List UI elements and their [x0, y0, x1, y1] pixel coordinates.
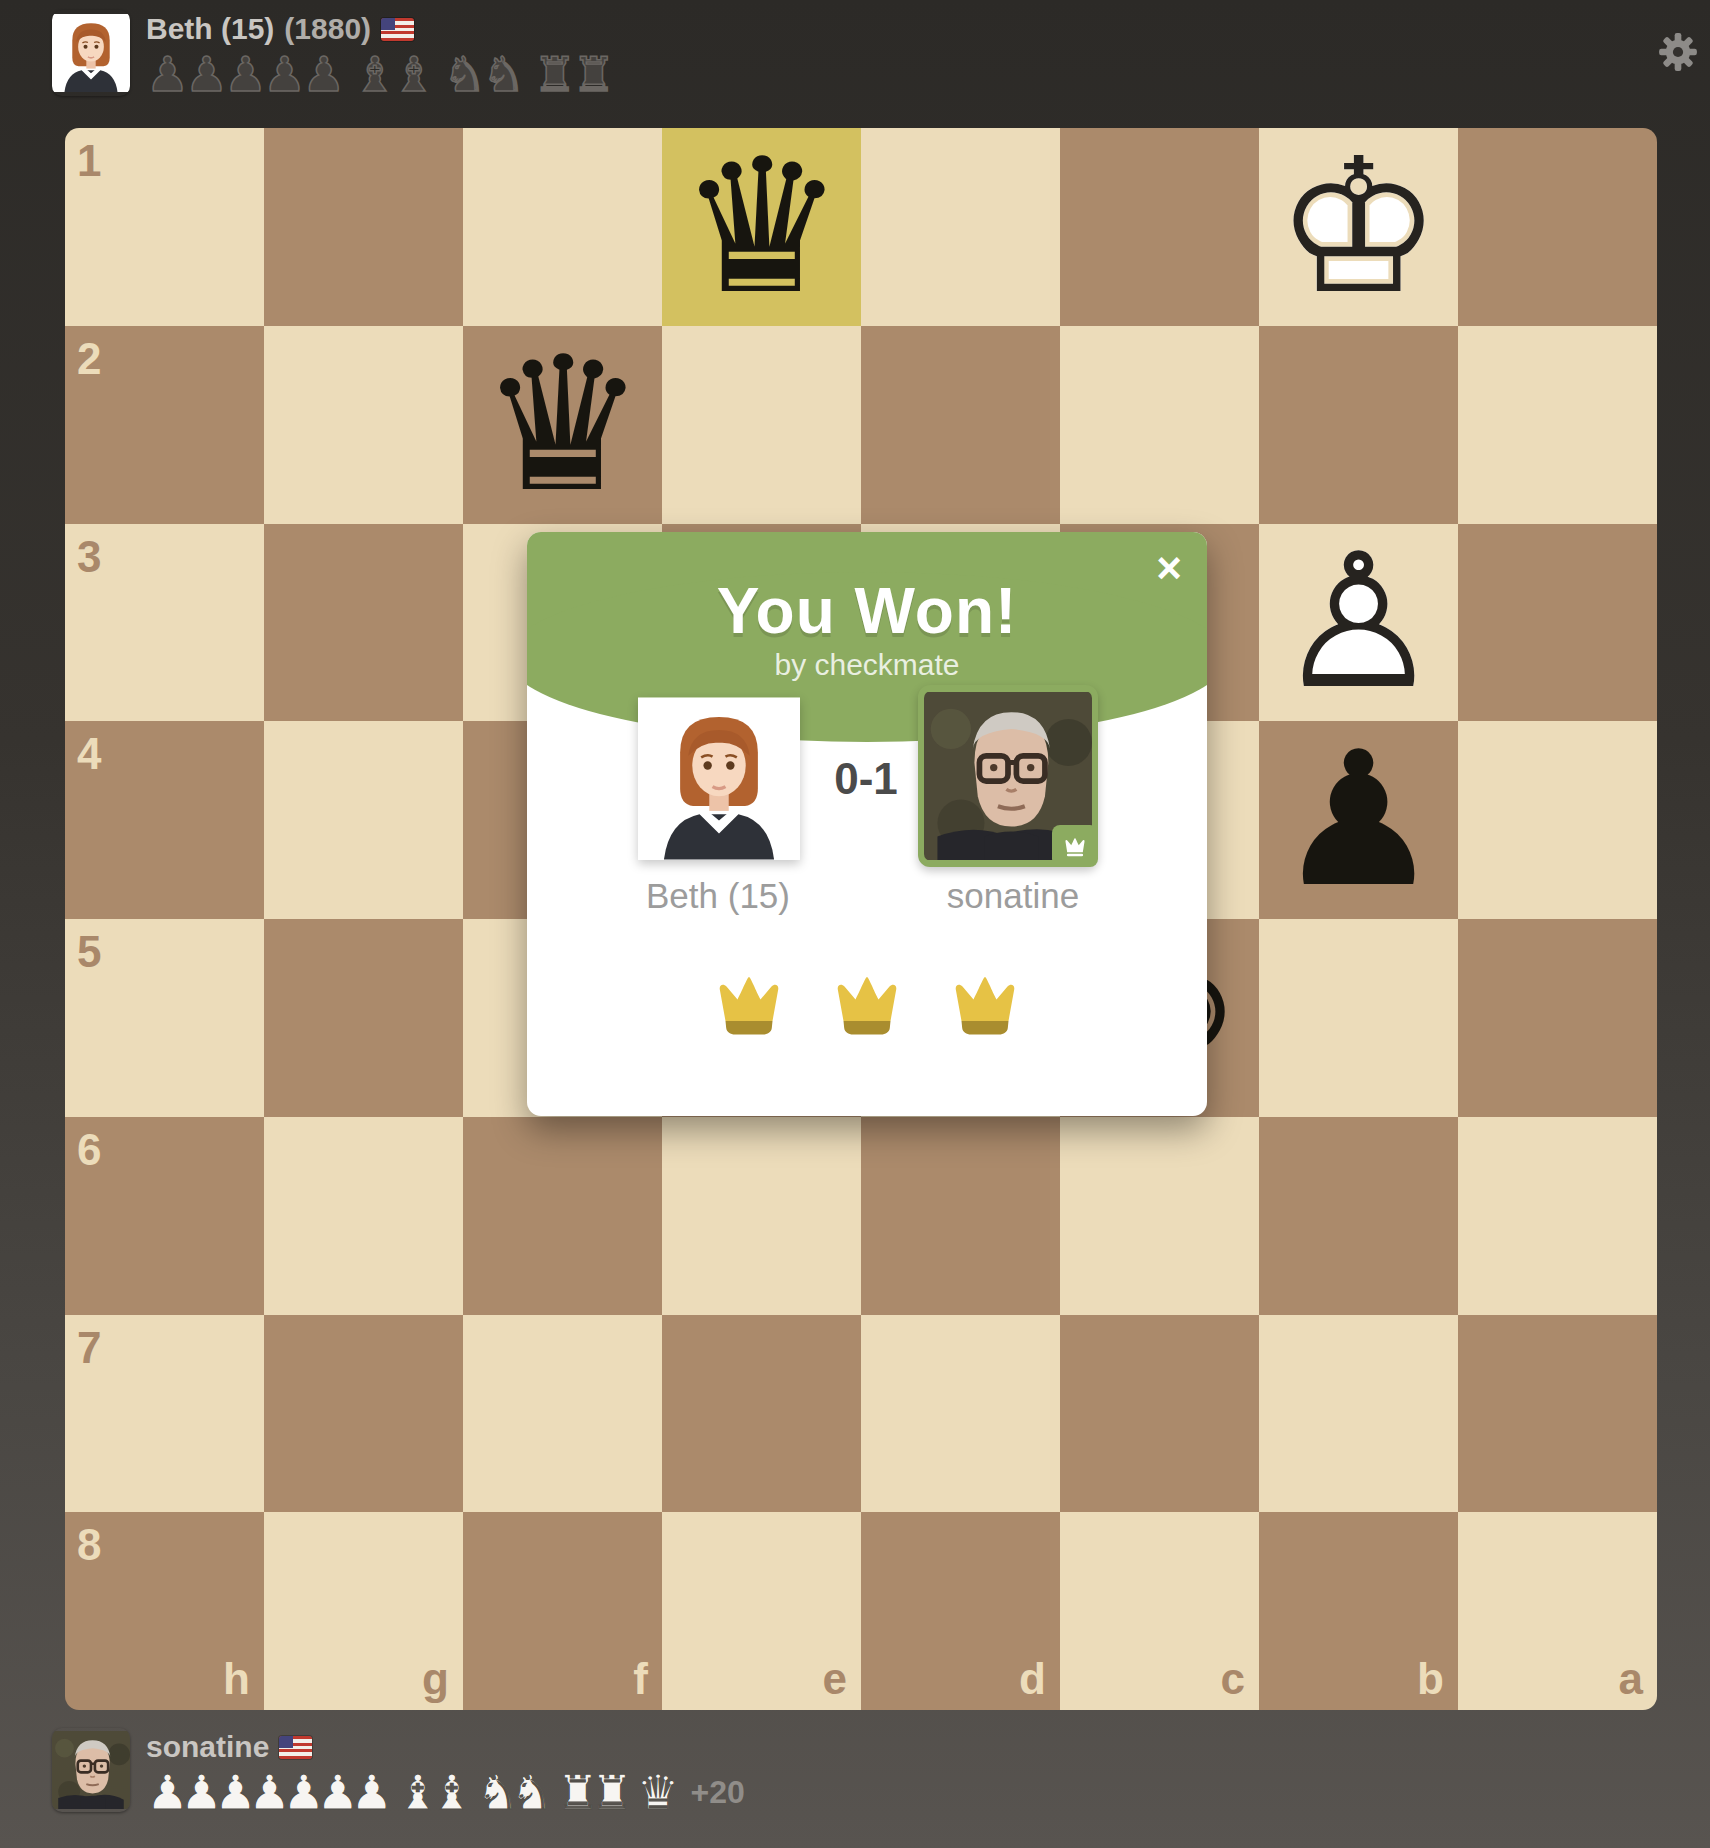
dialog-title: You Won!	[527, 574, 1207, 648]
us-flag-icon	[381, 18, 414, 41]
square-g7[interactable]	[264, 1315, 463, 1513]
game-score: 0-1	[803, 754, 929, 804]
captured-pawns: ♟♟♟♟♟	[146, 52, 341, 96]
square-h7[interactable]: 7	[65, 1315, 264, 1513]
dialog-left-player-name: Beth (15)	[578, 876, 858, 916]
square-f8[interactable]: f	[463, 1512, 662, 1710]
crown-icon	[827, 972, 907, 1040]
white-king-b1[interactable]: ♚♔	[1259, 128, 1458, 326]
dialog-left-avatar	[638, 697, 800, 860]
rank-label-6: 6	[77, 1125, 101, 1175]
game-over-dialog: You Won! by checkmate × 0-1 Beth (15) so…	[527, 532, 1207, 1116]
square-a5[interactable]	[1458, 919, 1657, 1117]
captured-pawns: ♟♟♟♟♟♟♟	[146, 1770, 384, 1814]
square-h8[interactable]: 8h	[65, 1512, 264, 1710]
dialog-winner-avatar-frame	[918, 685, 1098, 867]
file-label-d: d	[1019, 1654, 1046, 1704]
square-c1[interactable]	[1060, 128, 1259, 326]
rank-label-8: 8	[77, 1520, 101, 1570]
file-label-b: b	[1417, 1654, 1444, 1704]
square-h1[interactable]: 1	[65, 128, 264, 326]
square-g1[interactable]	[264, 128, 463, 326]
crown-icon	[945, 972, 1025, 1040]
square-f2[interactable]: ♛	[463, 326, 662, 524]
square-c8[interactable]: c	[1060, 1512, 1259, 1710]
file-label-f: f	[633, 1654, 648, 1704]
crown-icon	[709, 972, 789, 1040]
top-player-avatar	[52, 10, 130, 96]
square-h4[interactable]: 4	[65, 721, 264, 919]
square-e7[interactable]	[662, 1315, 861, 1513]
captured-bishops: ♝♝	[353, 52, 431, 96]
square-b4[interactable]: ♟	[1259, 721, 1458, 919]
rank-label-5: 5	[77, 927, 101, 977]
black-pawn-b4[interactable]: ♟	[1259, 721, 1458, 919]
file-label-a: a	[1619, 1654, 1643, 1704]
square-f7[interactable]	[463, 1315, 662, 1513]
square-b3[interactable]: ♟♙	[1259, 524, 1458, 722]
square-a2[interactable]	[1458, 326, 1657, 524]
square-b7[interactable]	[1259, 1315, 1458, 1513]
top-player-bar: Beth (15) (1880) ♟♟♟♟♟♝♝♞♞♜♜	[52, 10, 623, 96]
bottom-player-bar: sonatine ♟♟♟♟♟♟♟♝♝♞♞♜♜♛+20	[52, 1728, 745, 1814]
bottom-player-avatar	[52, 1728, 130, 1812]
square-e8[interactable]: e	[662, 1512, 861, 1710]
square-a6[interactable]	[1458, 1117, 1657, 1315]
white-pawn-b3[interactable]: ♟♙	[1259, 524, 1458, 722]
square-c6[interactable]	[1060, 1117, 1259, 1315]
square-d2[interactable]	[861, 326, 1060, 524]
square-g5[interactable]	[264, 919, 463, 1117]
square-d7[interactable]	[861, 1315, 1060, 1513]
rank-label-7: 7	[77, 1323, 101, 1373]
close-icon[interactable]: ×	[1147, 546, 1191, 590]
rank-label-2: 2	[77, 334, 101, 384]
square-a3[interactable]	[1458, 524, 1657, 722]
square-c2[interactable]	[1060, 326, 1259, 524]
square-f1[interactable]	[463, 128, 662, 326]
dialog-subtitle: by checkmate	[527, 648, 1207, 682]
square-g2[interactable]	[264, 326, 463, 524]
square-e6[interactable]	[662, 1117, 861, 1315]
file-label-c: c	[1221, 1654, 1245, 1704]
crowns-row	[527, 972, 1207, 1040]
square-a7[interactable]	[1458, 1315, 1657, 1513]
square-b6[interactable]	[1259, 1117, 1458, 1315]
file-label-g: g	[422, 1654, 449, 1704]
square-g4[interactable]	[264, 721, 463, 919]
settings-gear-icon[interactable]	[1658, 32, 1698, 72]
captured-rooks: ♜♜	[533, 52, 611, 96]
square-d8[interactable]: d	[861, 1512, 1060, 1710]
file-label-e: e	[823, 1654, 847, 1704]
square-d1[interactable]	[861, 128, 1060, 326]
square-h6[interactable]: 6	[65, 1117, 264, 1315]
square-c7[interactable]	[1060, 1315, 1259, 1513]
square-a4[interactable]	[1458, 721, 1657, 919]
square-b1[interactable]: ♚♔	[1259, 128, 1458, 326]
captured-knights: ♞♞	[443, 52, 521, 96]
black-queen-e1[interactable]: ♛	[662, 128, 861, 326]
file-label-h: h	[223, 1654, 250, 1704]
captured-queens: ♛	[636, 1770, 670, 1814]
rank-label-4: 4	[77, 729, 101, 779]
rank-label-1: 1	[77, 136, 101, 186]
top-player-rating: (1880)	[284, 12, 371, 46]
square-d6[interactable]	[861, 1117, 1060, 1315]
square-a8[interactable]: a	[1458, 1512, 1657, 1710]
dialog-right-player-name: sonatine	[873, 876, 1153, 916]
captured-bishops: ♝♝	[396, 1770, 464, 1814]
square-g3[interactable]	[264, 524, 463, 722]
black-queen-f2[interactable]: ♛	[463, 326, 662, 524]
square-h2[interactable]: 2	[65, 326, 264, 524]
square-h3[interactable]: 3	[65, 524, 264, 722]
top-player-name: Beth (15)	[146, 12, 274, 46]
bottom-captured-pieces-tray: ♟♟♟♟♟♟♟♝♝♞♞♜♜♛+20	[146, 1770, 745, 1814]
square-b8[interactable]: b	[1259, 1512, 1458, 1710]
captured-rooks: ♜♜	[556, 1770, 624, 1814]
square-b2[interactable]	[1259, 326, 1458, 524]
square-e1[interactable]: ♛	[662, 128, 861, 326]
square-f6[interactable]	[463, 1117, 662, 1315]
square-g6[interactable]	[264, 1117, 463, 1315]
square-b5[interactable]	[1259, 919, 1458, 1117]
bottom-player-name: sonatine	[146, 1730, 269, 1764]
winner-crown-badge-icon	[1052, 825, 1098, 867]
us-flag-icon	[279, 1736, 312, 1759]
square-e2[interactable]	[662, 326, 861, 524]
square-a1[interactable]	[1458, 128, 1657, 326]
top-captured-pieces-tray: ♟♟♟♟♟♝♝♞♞♜♜	[146, 52, 623, 96]
rank-label-3: 3	[77, 532, 101, 582]
square-g8[interactable]: g	[264, 1512, 463, 1710]
material-advantage: +20	[690, 1770, 744, 1814]
square-h5[interactable]: 5	[65, 919, 264, 1117]
captured-knights: ♞♞	[476, 1770, 544, 1814]
